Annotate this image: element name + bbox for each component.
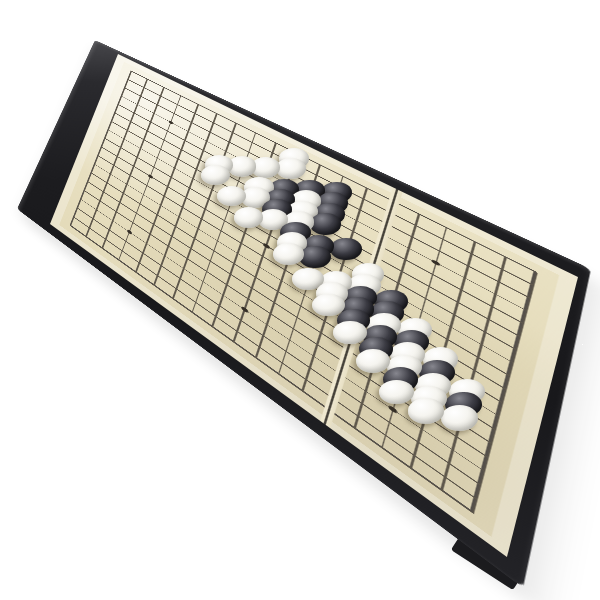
white-stone <box>201 165 229 185</box>
black-stone <box>330 238 362 260</box>
black-stone <box>299 246 331 268</box>
white-stone <box>273 243 304 265</box>
white-stone <box>217 186 246 206</box>
white-stone <box>441 405 478 431</box>
go-board-product-photo <box>0 0 600 600</box>
white-stone <box>276 158 306 179</box>
white-stone <box>408 398 444 423</box>
